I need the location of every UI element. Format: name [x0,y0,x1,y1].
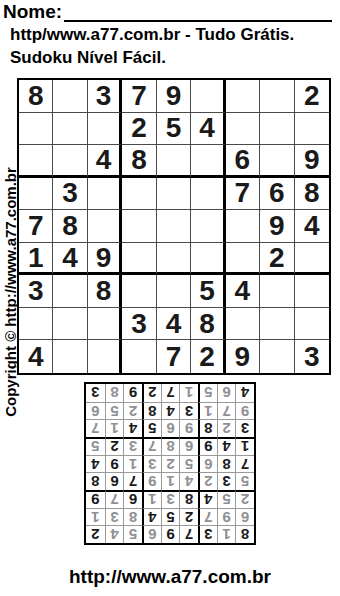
solution-cell-r3c7: 6 [123,490,142,508]
cell-r1c1[interactable]: 8 [19,80,53,113]
solution-cell-r9c4: 1 [179,384,198,402]
cell-r4c2[interactable]: 3 [53,178,87,211]
solution-cell-r9c7: 9 [123,384,142,402]
cell-r8c1[interactable] [19,308,53,341]
main-sudoku-grid: 837922544869376878941492385434847293 [17,78,331,375]
cell-r7c2[interactable] [53,275,87,308]
cell-r5c2[interactable]: 8 [53,210,87,243]
cell-r1c8[interactable] [260,80,294,113]
cell-r3c8[interactable] [260,145,294,178]
solution-cell-r8c6: 8 [142,402,161,420]
cell-r8c5[interactable]: 4 [157,308,191,341]
cell-r9c5[interactable]: 7 [157,340,191,373]
cell-r3c2[interactable] [53,145,87,178]
cell-r9c6[interactable]: 2 [191,340,225,373]
name-label: Nome: [3,2,62,22]
solution-cell-r7c3: 8 [198,419,217,437]
solution-cell-r1c2: 1 [217,525,236,543]
solution-cell-r4c4: 4 [179,472,198,490]
solution-cell-r3c8: 7 [105,490,124,508]
cell-r4c4[interactable] [122,178,156,211]
cell-r8c6[interactable]: 8 [191,308,225,341]
solution-cell-r2c4: 2 [179,508,198,526]
solution-cell-r6c2: 4 [217,437,236,455]
solution-cell-r4c1: 5 [235,472,254,490]
solution-cell-r9c6: 2 [142,384,161,402]
solution-cell-r7c4: 9 [179,419,198,437]
cell-r5c5[interactable] [157,210,191,243]
solution-cell-r7c7: 4 [123,419,142,437]
cell-r7c1[interactable]: 3 [19,275,53,308]
solution-cell-r1c5: 9 [161,525,180,543]
cell-r5c1[interactable]: 7 [19,210,53,243]
cell-r4c3[interactable] [88,178,122,211]
solution-cell-r9c9: 3 [86,384,105,402]
cell-r9c8[interactable] [260,340,294,373]
solution-cell-r6c6: 7 [142,437,161,455]
solution-cell-r3c3: 4 [198,490,217,508]
cell-r1c5[interactable]: 9 [157,80,191,113]
cell-r3c7[interactable]: 6 [226,145,260,178]
solution-cell-r5c7: 1 [123,455,142,473]
solution-cell-r7c1: 3 [235,419,254,437]
cell-r7c3[interactable]: 8 [88,275,122,308]
name-blank-line [64,3,332,22]
solution-cell-r4c7: 7 [123,472,142,490]
cell-r9c7[interactable]: 9 [226,340,260,373]
solution-cell-r6c7: 3 [123,437,142,455]
cell-r1c7[interactable] [226,80,260,113]
site-tagline: http/www.a77.com.br - Tudo Grátis. [10,25,294,45]
solution-cell-r2c8: 3 [105,508,124,526]
cell-r5c3[interactable] [88,210,122,243]
solution-cell-r3c5: 3 [161,490,180,508]
solution-cell-r2c5: 5 [161,508,180,526]
solution-cell-r5c4: 5 [179,455,198,473]
solution-cell-r8c3: 1 [198,402,217,420]
cell-r6c8[interactable]: 2 [260,243,294,276]
cell-r7c6[interactable]: 5 [191,275,225,308]
cell-r8c9[interactable] [295,308,329,341]
solution-cell-r4c2: 3 [217,472,236,490]
cell-r7c9[interactable] [295,275,329,308]
solution-cell-r6c1: 1 [235,437,254,455]
solution-cell-r1c4: 7 [179,525,198,543]
cell-r8c2[interactable] [53,308,87,341]
solution-cell-r3c9: 9 [86,490,105,508]
solution-cell-r1c3: 3 [198,525,217,543]
solution-cell-r6c9: 5 [86,437,105,455]
cell-r4c9[interactable]: 8 [295,178,329,211]
name-row: Nome: [3,2,332,22]
cell-r8c3[interactable] [88,308,122,341]
solution-cell-r5c6: 3 [142,455,161,473]
solution-cell-r7c8: 1 [105,419,124,437]
cell-r2c1[interactable] [19,113,53,146]
solution-cell-r6c3: 9 [198,437,217,455]
solution-cell-r1c6: 6 [142,525,161,543]
solution-cell-r5c1: 7 [235,455,254,473]
solution-cell-r2c9: 1 [86,508,105,526]
cell-r6c7[interactable] [226,243,260,276]
cell-r1c6[interactable] [191,80,225,113]
solution-cell-r1c9: 2 [86,525,105,543]
cell-r2c7[interactable] [226,113,260,146]
solution-cell-r5c3: 6 [198,455,217,473]
cell-r1c9[interactable]: 2 [295,80,329,113]
cell-r2c4[interactable]: 2 [122,113,156,146]
cell-r3c4[interactable]: 8 [122,145,156,178]
cell-r6c1[interactable]: 1 [19,243,53,276]
cell-r3c6[interactable] [191,145,225,178]
cell-r6c6[interactable] [191,243,225,276]
solution-cell-r1c8: 4 [105,525,124,543]
solution-cell-r9c1: 4 [235,384,254,402]
cell-r9c3[interactable] [88,340,122,373]
solution-cell-r4c5: 1 [161,472,180,490]
solution-cell-r3c6: 1 [142,490,161,508]
solution-cell-r4c8: 6 [105,472,124,490]
solution-cell-r7c9: 7 [86,419,105,437]
cell-r6c2[interactable]: 4 [53,243,87,276]
solution-cell-r2c1: 6 [235,508,254,526]
solution-cell-r3c4: 8 [179,490,198,508]
cell-r2c5[interactable]: 5 [157,113,191,146]
solution-cell-r8c2: 7 [217,402,236,420]
solution-cell-r3c1: 2 [235,490,254,508]
cell-r4c7[interactable]: 7 [226,178,260,211]
solution-cell-r1c7: 5 [123,525,142,543]
cell-r3c3[interactable]: 4 [88,145,122,178]
solution-cell-r2c2: 9 [217,508,236,526]
solution-cell-r5c9: 4 [86,455,105,473]
cell-r5c9[interactable]: 4 [295,210,329,243]
cell-r7c8[interactable] [260,275,294,308]
solution-cell-r5c2: 8 [217,455,236,473]
solution-cell-r5c8: 9 [105,455,124,473]
solution-cell-r4c6: 9 [142,472,161,490]
solution-cell-r9c2: 6 [217,384,236,402]
solution-cell-r8c9: 6 [86,402,105,420]
cell-r6c3[interactable]: 9 [88,243,122,276]
cell-r9c2[interactable] [53,340,87,373]
cell-r6c4[interactable] [122,243,156,276]
solution-cell-r9c8: 8 [105,384,124,402]
cell-r5c8[interactable]: 9 [260,210,294,243]
cell-r5c6[interactable] [191,210,225,243]
solution-cell-r6c4: 6 [179,437,198,455]
cell-r7c5[interactable] [157,275,191,308]
solution-cell-r9c5: 7 [161,384,180,402]
cell-r2c3[interactable] [88,113,122,146]
cell-r9c4[interactable] [122,340,156,373]
solution-cell-r2c6: 4 [142,508,161,526]
cell-r5c4[interactable] [122,210,156,243]
solution-cell-r9c3: 5 [198,384,217,402]
footer-url: http://www.a77.com.br [0,566,340,588]
cell-r2c8[interactable] [260,113,294,146]
page-title: Sudoku Nível Fácil. [10,48,166,68]
cell-r7c7[interactable]: 4 [226,275,260,308]
solution-cell-r2c3: 7 [198,508,217,526]
solution-cell-r8c8: 5 [105,402,124,420]
solution-cell-r4c9: 8 [86,472,105,490]
cell-r8c4[interactable]: 3 [122,308,156,341]
solution-cell-r8c1: 9 [235,402,254,420]
cell-r5c7[interactable] [226,210,260,243]
cell-r3c9[interactable]: 9 [295,145,329,178]
solution-cell-r7c6: 5 [142,419,161,437]
solution-cell-r4c3: 2 [198,472,217,490]
cell-r3c1[interactable] [19,145,53,178]
cell-r2c9[interactable] [295,113,329,146]
solution-cell-r3c2: 5 [217,490,236,508]
cell-r4c1[interactable] [19,178,53,211]
cell-r1c2[interactable] [53,80,87,113]
cell-r2c6[interactable]: 4 [191,113,225,146]
solution-cell-r7c5: 6 [161,419,180,437]
cell-r4c6[interactable] [191,178,225,211]
solution-cell-r8c7: 2 [123,402,142,420]
cell-r1c3[interactable]: 3 [88,80,122,113]
solution-cell-r8c5: 4 [161,402,180,420]
cell-r3c5[interactable] [157,145,191,178]
cell-r6c9[interactable] [295,243,329,276]
solution-cell-r1c1: 8 [235,525,254,543]
cell-r4c5[interactable] [157,178,191,211]
solution-cell-r7c2: 2 [217,419,236,437]
cell-r7c4[interactable] [122,275,156,308]
cell-r9c1[interactable]: 4 [19,340,53,373]
cell-r8c7[interactable] [226,308,260,341]
solution-grid-rotated-180: 8137965426972548312548316795324197687865… [84,382,256,545]
cell-r4c8[interactable]: 6 [260,178,294,211]
solution-cell-r8c4: 3 [179,402,198,420]
cell-r2c2[interactable] [53,113,87,146]
solution-cell-r2c7: 8 [123,508,142,526]
cell-r8c8[interactable] [260,308,294,341]
cell-r1c4[interactable]: 7 [122,80,156,113]
solution-cell-r5c5: 2 [161,455,180,473]
solution-cell-r6c8: 2 [105,437,124,455]
cell-r6c5[interactable] [157,243,191,276]
cell-r9c9[interactable]: 3 [295,340,329,373]
solution-cell-r6c5: 8 [161,437,180,455]
